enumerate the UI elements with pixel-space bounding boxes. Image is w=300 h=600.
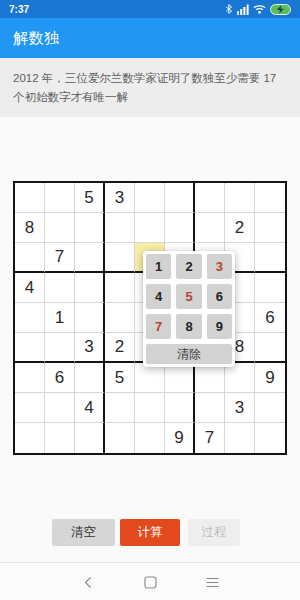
sudoku-cell-r7c6[interactable] [195,393,225,423]
sudoku-cell-r6c2[interactable] [75,363,105,393]
sudoku-cell-r2c3[interactable] [105,243,135,273]
sudoku-cell-r8c0[interactable] [15,423,45,453]
back-icon [83,576,93,589]
sudoku-cell-r4c8[interactable]: 6 [255,303,285,333]
app-bar: 解数独 [0,18,300,58]
menu-icon [206,577,219,588]
sudoku-cell-r6c4[interactable] [135,363,165,393]
number-pad-popup: 123456789 清除 [143,251,235,367]
sudoku-cell-r0c0[interactable] [15,183,45,213]
sudoku-cell-r1c0[interactable]: 8 [15,213,45,243]
sudoku-cell-r4c3[interactable] [105,303,135,333]
sudoku-cell-r0c1[interactable] [45,183,75,213]
sudoku-cell-r0c5[interactable] [165,183,195,213]
navigation-bar [0,562,300,600]
info-banner: 2012 年，三位爱尔兰数学家证明了数独至少需要 17 个初始数字才有唯一解 [0,58,300,117]
keypad-key-6[interactable]: 6 [207,284,232,309]
sudoku-cell-r7c8[interactable] [255,393,285,423]
sudoku-cell-r2c2[interactable] [75,243,105,273]
sudoku-cell-r0c2[interactable]: 5 [75,183,105,213]
sudoku-cell-r5c8[interactable] [255,333,285,363]
clear-board-button[interactable]: 清空 [52,519,115,546]
sudoku-cell-r5c2[interactable]: 3 [75,333,105,363]
sudoku-cell-r5c0[interactable] [15,333,45,363]
sudoku-cell-r1c8[interactable] [255,213,285,243]
signal-icon [237,4,249,15]
sudoku-cell-r5c1[interactable] [45,333,75,363]
home-icon [144,576,157,589]
sudoku-cell-r1c3[interactable] [105,213,135,243]
sudoku-cell-r0c3[interactable]: 3 [105,183,135,213]
keypad-key-2[interactable]: 2 [176,254,201,279]
sudoku-cell-r8c4[interactable] [135,423,165,453]
sudoku-cell-r6c7[interactable] [225,363,255,393]
sudoku-cell-r8c5[interactable]: 9 [165,423,195,453]
sudoku-cell-r0c8[interactable] [255,183,285,213]
sudoku-cell-r1c2[interactable] [75,213,105,243]
sudoku-cell-r8c8[interactable] [255,423,285,453]
keypad-key-3[interactable]: 3 [207,254,232,279]
sudoku-cell-r0c4[interactable] [135,183,165,213]
keypad-key-5[interactable]: 5 [176,284,201,309]
keypad-key-4[interactable]: 4 [146,284,171,309]
page-title: 解数独 [13,29,60,48]
sudoku-cell-r2c8[interactable] [255,243,285,273]
status-icons [225,3,291,15]
sudoku-cell-r1c6[interactable] [195,213,225,243]
keypad-key-9[interactable]: 9 [207,314,232,339]
sudoku-cell-r8c7[interactable] [225,423,255,453]
sudoku-cell-r4c2[interactable] [75,303,105,333]
calculate-button[interactable]: 计算 [120,519,180,546]
sudoku-cell-r2c1[interactable]: 7 [45,243,75,273]
keypad-key-7[interactable]: 7 [146,314,171,339]
nav-home-button[interactable] [130,563,170,600]
sudoku-cell-r8c1[interactable] [45,423,75,453]
sudoku-cell-r6c8[interactable]: 9 [255,363,285,393]
sudoku-cell-r8c6[interactable]: 7 [195,423,225,453]
sudoku-cell-r3c0[interactable]: 4 [15,273,45,303]
nav-menu-button[interactable] [192,563,232,600]
bluetooth-icon [225,3,233,15]
status-bar: 7:37 [0,0,300,18]
sudoku-cell-r7c7[interactable]: 3 [225,393,255,423]
sudoku-cell-r1c5[interactable] [165,213,195,243]
process-button[interactable]: 过程 [188,519,240,546]
sudoku-cell-r3c2[interactable] [75,273,105,303]
sudoku-cell-r3c3[interactable] [105,273,135,303]
screen: { "game": "sudoku", "position": "..53...… [0,0,300,600]
sudoku-cell-r0c7[interactable] [225,183,255,213]
keypad-clear-button[interactable]: 清除 [146,344,232,364]
sudoku-cell-r7c3[interactable] [105,393,135,423]
sudoku-cell-r7c0[interactable] [15,393,45,423]
sudoku-cell-r2c0[interactable] [15,243,45,273]
sudoku-cell-r0c6[interactable] [195,183,225,213]
sudoku-cell-r7c2[interactable]: 4 [75,393,105,423]
nav-back-button[interactable] [68,563,108,600]
sudoku-cell-r1c4[interactable] [135,213,165,243]
sudoku-cell-r1c1[interactable] [45,213,75,243]
sudoku-cell-r6c3[interactable]: 5 [105,363,135,393]
sudoku-cell-r7c1[interactable] [45,393,75,423]
sudoku-cell-r7c5[interactable] [165,393,195,423]
sudoku-cell-r3c1[interactable] [45,273,75,303]
info-text: 2012 年，三位爱尔兰数学家证明了数独至少需要 17 个初始数字才有唯一解 [13,72,276,103]
sudoku-cell-r5c3[interactable]: 2 [105,333,135,363]
sudoku-cell-r1c7[interactable]: 2 [225,213,255,243]
keypad-keys: 123456789 [146,254,232,339]
sudoku-cell-r4c1[interactable]: 1 [45,303,75,333]
battery-charging-icon [270,4,291,15]
sudoku-cell-r6c0[interactable] [15,363,45,393]
sudoku-cell-r7c4[interactable] [135,393,165,423]
keypad-key-8[interactable]: 8 [176,314,201,339]
keypad-key-1[interactable]: 1 [146,254,171,279]
sudoku-cell-r4c0[interactable] [15,303,45,333]
sudoku-cell-r3c8[interactable] [255,273,285,303]
action-bar: 清空 计算 过程 [0,519,300,546]
wifi-icon [253,4,266,14]
sudoku-cell-r8c3[interactable] [105,423,135,453]
sudoku-cell-r6c1[interactable]: 6 [45,363,75,393]
sudoku-cell-r8c2[interactable] [75,423,105,453]
sudoku-cell-r6c6[interactable] [195,363,225,393]
clock: 7:37 [9,4,29,15]
sudoku-cell-r6c5[interactable] [165,363,195,393]
